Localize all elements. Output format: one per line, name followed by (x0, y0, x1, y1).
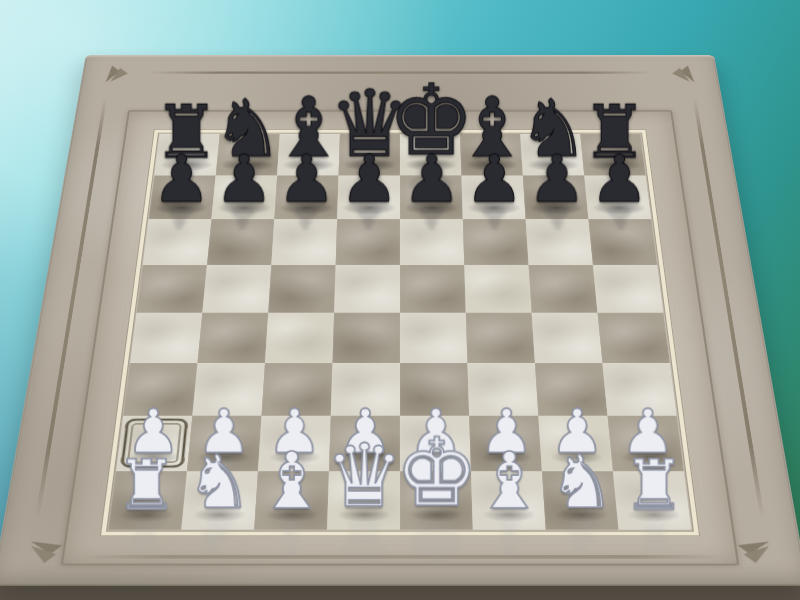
chess-titans-window: ♜♞♝♛♚♝♞♜♟♟♟♟♟♟♟♟♟ ♟♟♟♟♟♟♟♜♞♝♛♚♝♞♜ ♜♞♝♛♚♝… (0, 0, 800, 600)
table-3d: ♜♞♝♛♚♝♞♜♟♟♟♟♟♟♟♟♟ ♟♟♟♟♟♟♟♜♞♝♛♚♝♞♜ ♜♞♝♛♚♝… (0, 55, 800, 586)
piece-white-knight[interactable]: ♞ (548, 449, 614, 517)
piece-black-pawn[interactable]: ♟ (152, 149, 211, 209)
piece-black-pawn[interactable]: ♟ (277, 149, 336, 209)
tabletop: ♜♞♝♛♚♝♞♜♟♟♟♟♟♟♟♟♟ ♟♟♟♟♟♟♟♜♞♝♛♚♝♞♜ ♜♞♝♛♚♝… (0, 55, 800, 586)
corner-flourish-nw (86, 58, 144, 96)
piece-white-bishop[interactable]: ♝ (256, 445, 326, 517)
piece-white-king[interactable]: ♚ (394, 431, 478, 517)
board-scene: ♜♞♝♛♚♝♞♜♟♟♟♟♟♟♟♟♟ ♟♟♟♟♟♟♟♜♞♝♛♚♝♞♜ ♜♞♝♛♚♝… (0, 0, 800, 600)
pieces-layer: ♜♞♝♛♚♝♞♜♟♟♟♟♟♟♟♟♟♟♟♟♟♟♟♟♜♞♝♛♚♝♞♜ (108, 133, 691, 529)
piece-white-rook[interactable]: ♜ (115, 453, 177, 517)
piece-white-queen[interactable]: ♛ (325, 437, 403, 517)
piece-white-bishop[interactable]: ♝ (474, 445, 544, 517)
piece-black-pawn[interactable]: ♟ (402, 149, 461, 209)
piece-white-knight[interactable]: ♞ (186, 449, 252, 517)
corner-flourish-ne (656, 58, 714, 96)
piece-white-rook[interactable]: ♜ (623, 453, 685, 517)
piece-black-pawn[interactable]: ♟ (214, 149, 273, 209)
piece-black-pawn[interactable]: ♟ (590, 149, 649, 209)
piece-black-pawn[interactable]: ♟ (339, 149, 398, 209)
board-frame: ♜♞♝♛♚♝♞♜♟♟♟♟♟♟♟♟♟ ♟♟♟♟♟♟♟♜♞♝♛♚♝♞♜ ♜♞♝♛♚♝… (61, 110, 740, 565)
piece-black-pawn[interactable]: ♟ (527, 149, 586, 209)
piece-black-pawn[interactable]: ♟ (465, 149, 524, 209)
